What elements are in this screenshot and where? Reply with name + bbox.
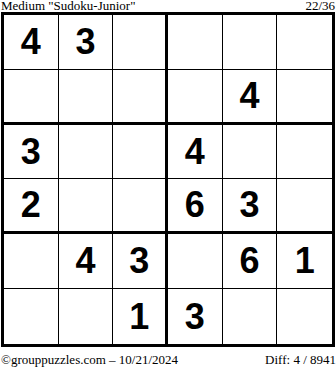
header: Medium "Sudoku-Junior" 22/36 <box>1 0 335 12</box>
cell-r3c3[interactable] <box>113 125 168 180</box>
cell-r1c2[interactable]: 3 <box>59 15 114 70</box>
cell-r5c5[interactable]: 6 <box>223 234 278 289</box>
cell-r4c5[interactable]: 3 <box>223 179 278 234</box>
copyright-text: ©grouppuzzles.com – 10/21/2024 <box>1 352 178 367</box>
cell-r1c6[interactable] <box>277 15 332 70</box>
difficulty-text: Diff: 4 / 8941 <box>265 352 336 367</box>
cell-r5c1[interactable] <box>4 234 59 289</box>
cell-r2c3[interactable] <box>113 70 168 125</box>
puzzle-title: Medium "Sudoku-Junior" <box>1 0 135 12</box>
cell-r4c3[interactable] <box>113 179 168 234</box>
cell-r3c5[interactable] <box>223 125 278 180</box>
empty-cells-counter: 22/36 <box>305 0 335 12</box>
cell-r4c4[interactable]: 6 <box>168 179 223 234</box>
cell-r4c1[interactable]: 2 <box>4 179 59 234</box>
cell-r6c4[interactable]: 3 <box>168 289 223 344</box>
sudoku-board: 43434263436113 <box>1 12 335 347</box>
cell-r5c3[interactable]: 3 <box>113 234 168 289</box>
cell-r1c5[interactable] <box>223 15 278 70</box>
cell-r1c3[interactable] <box>113 15 168 70</box>
cell-r1c4[interactable] <box>168 15 223 70</box>
footer: ©grouppuzzles.com – 10/21/2024 Diff: 4 /… <box>1 352 336 367</box>
cell-r5c6[interactable]: 1 <box>277 234 332 289</box>
cell-r5c2[interactable]: 4 <box>59 234 114 289</box>
cell-r4c6[interactable] <box>277 179 332 234</box>
cell-r3c6[interactable] <box>277 125 332 180</box>
cell-r6c5[interactable] <box>223 289 278 344</box>
cell-r3c1[interactable]: 3 <box>4 125 59 180</box>
cell-r5c4[interactable] <box>168 234 223 289</box>
cell-r6c3[interactable]: 1 <box>113 289 168 344</box>
cell-r3c4[interactable]: 4 <box>168 125 223 180</box>
cell-r6c6[interactable] <box>277 289 332 344</box>
cell-r2c1[interactable] <box>4 70 59 125</box>
cell-r4c2[interactable] <box>59 179 114 234</box>
cell-r1c1[interactable]: 4 <box>4 15 59 70</box>
cell-r2c2[interactable] <box>59 70 114 125</box>
cell-r2c6[interactable] <box>277 70 332 125</box>
cell-r2c5[interactable]: 4 <box>223 70 278 125</box>
cell-r6c1[interactable] <box>4 289 59 344</box>
cell-r2c4[interactable] <box>168 70 223 125</box>
cell-r3c2[interactable] <box>59 125 114 180</box>
cell-r6c2[interactable] <box>59 289 114 344</box>
